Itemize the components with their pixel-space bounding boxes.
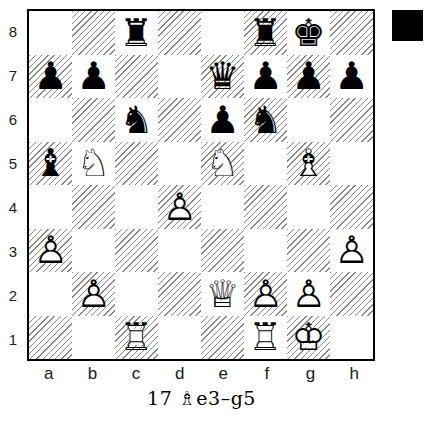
piece-glyph: ♚ (291, 14, 325, 52)
square-a6 (29, 98, 72, 142)
square-h7: ♟♟ (330, 55, 373, 99)
square-d1 (158, 316, 201, 360)
square-h5 (330, 142, 373, 186)
square-d6 (158, 98, 201, 142)
piece-black-king-g8: ♚♚ (287, 11, 330, 55)
rank-label-8: 8 (0, 9, 26, 53)
square-e5: ♞♘ (201, 142, 244, 186)
square-d2 (158, 272, 201, 316)
square-a1 (29, 316, 72, 360)
piece-glyph: ♟ (291, 57, 325, 95)
file-label-f: f (245, 360, 289, 387)
square-f4 (244, 185, 287, 229)
piece-white-rook-c1: ♜♖ (115, 316, 158, 360)
square-e4 (201, 185, 244, 229)
piece-glyph: ♛ (205, 57, 239, 95)
square-a8 (29, 11, 72, 55)
piece-black-queen-e7: ♛♛ (201, 55, 244, 99)
square-c3 (115, 229, 158, 273)
piece-black-pawn-f7: ♟♟ (244, 55, 287, 99)
piece-glyph: ♙ (76, 275, 110, 313)
piece-black-pawn-e6: ♟♟ (201, 98, 244, 142)
piece-glyph: ♖ (248, 318, 282, 356)
piece-glyph: ♟ (248, 57, 282, 95)
square-d7 (158, 55, 201, 99)
piece-black-bishop-a5: ♝♝ (29, 142, 72, 186)
piece-glyph: ♟ (76, 57, 110, 95)
square-c1: ♜♖ (115, 316, 158, 360)
square-d3 (158, 229, 201, 273)
piece-glyph: ♘ (205, 144, 239, 182)
piece-black-pawn-b7: ♟♟ (72, 55, 115, 99)
square-g3 (287, 229, 330, 273)
piece-glyph: ♞ (248, 101, 282, 139)
piece-white-rook-f1: ♜♖ (244, 316, 287, 360)
square-h8 (330, 11, 373, 55)
piece-white-knight-b5: ♞♘ (72, 142, 115, 186)
piece-white-knight-e5: ♞♘ (201, 142, 244, 186)
piece-black-pawn-a7: ♟♟ (29, 55, 72, 99)
piece-glyph: ♝ (33, 144, 67, 182)
piece-black-knight-f6: ♞♞ (244, 98, 287, 142)
square-a3: ♟♙ (29, 229, 72, 273)
piece-black-knight-c6: ♞♞ (115, 98, 158, 142)
square-g6 (287, 98, 330, 142)
file-label-a: a (27, 360, 71, 387)
piece-white-pawn-f2: ♟♙ (244, 272, 287, 316)
file-label-g: g (289, 360, 333, 387)
rank-label-7: 7 (0, 53, 26, 97)
piece-glyph: ♟ (205, 101, 239, 139)
piece-white-king-g1: ♚♔ (287, 316, 330, 360)
square-b2: ♟♙ (72, 272, 115, 316)
piece-glyph: ♟ (33, 57, 67, 95)
square-f1: ♜♖ (244, 316, 287, 360)
rank-label-4: 4 (0, 186, 26, 230)
square-f6: ♞♞ (244, 98, 287, 142)
square-a2 (29, 272, 72, 316)
file-label-h: h (332, 360, 376, 387)
piece-white-pawn-g2: ♟♙ (287, 272, 330, 316)
square-h2 (330, 272, 373, 316)
piece-white-pawn-b2: ♟♙ (72, 272, 115, 316)
piece-glyph: ♙ (162, 188, 196, 226)
square-b6 (72, 98, 115, 142)
piece-white-pawn-h3: ♟♙ (330, 229, 373, 273)
piece-white-bishop-g5: ♝♗ (287, 142, 330, 186)
piece-black-rook-f8: ♜♜ (244, 11, 287, 55)
square-b5: ♞♘ (72, 142, 115, 186)
piece-glyph: ♟ (334, 57, 368, 95)
file-label-d: d (158, 360, 202, 387)
square-b8 (72, 11, 115, 55)
square-e1 (201, 316, 244, 360)
square-d4: ♟♙ (158, 185, 201, 229)
black-to-move-indicator (392, 10, 423, 41)
piece-white-queen-e2: ♛♕ (201, 272, 244, 316)
square-c4 (115, 185, 158, 229)
file-labels: a b c d e f g h (27, 360, 376, 387)
square-f8: ♜♜ (244, 11, 287, 55)
piece-glyph: ♙ (248, 275, 282, 313)
file-label-c: c (114, 360, 158, 387)
square-e2: ♛♕ (201, 272, 244, 316)
square-h4 (330, 185, 373, 229)
move-caption: 17 ♗e3–g5 (0, 387, 403, 409)
square-e7: ♛♛ (201, 55, 244, 99)
piece-glyph: ♗ (291, 144, 325, 182)
square-e8 (201, 11, 244, 55)
rank-label-5: 5 (0, 141, 26, 185)
piece-black-pawn-h7: ♟♟ (330, 55, 373, 99)
square-f3 (244, 229, 287, 273)
square-g1: ♚♔ (287, 316, 330, 360)
square-e6: ♟♟ (201, 98, 244, 142)
rank-label-3: 3 (0, 230, 26, 274)
square-c6: ♞♞ (115, 98, 158, 142)
square-c8: ♜♜ (115, 11, 158, 55)
piece-glyph: ♜ (248, 14, 282, 52)
square-g8: ♚♚ (287, 11, 330, 55)
file-label-b: b (71, 360, 115, 387)
piece-white-pawn-a3: ♟♙ (29, 229, 72, 273)
square-d8 (158, 11, 201, 55)
piece-white-pawn-d4: ♟♙ (158, 185, 201, 229)
piece-glyph: ♙ (33, 231, 67, 269)
square-h6 (330, 98, 373, 142)
square-b4 (72, 185, 115, 229)
square-h3: ♟♙ (330, 229, 373, 273)
board: ♜♜♜♜♚♚♟♟♟♟♛♛♟♟♟♟♟♟♞♞♟♟♞♞♝♝♞♘♞♘♝♗♟♙♟♙♟♙♟♙… (27, 9, 375, 361)
square-d5 (158, 142, 201, 186)
piece-glyph: ♘ (76, 144, 110, 182)
piece-glyph: ♖ (119, 318, 153, 356)
rank-label-2: 2 (0, 274, 26, 318)
rank-labels: 8 7 6 5 4 3 2 1 (0, 9, 26, 362)
square-c2 (115, 272, 158, 316)
rank-label-6: 6 (0, 97, 26, 141)
square-f5 (244, 142, 287, 186)
square-e3 (201, 229, 244, 273)
piece-glyph: ♔ (291, 318, 325, 356)
square-g7: ♟♟ (287, 55, 330, 99)
square-g4 (287, 185, 330, 229)
square-f7: ♟♟ (244, 55, 287, 99)
piece-black-rook-c8: ♜♜ (115, 11, 158, 55)
square-a7: ♟♟ (29, 55, 72, 99)
piece-glyph: ♜ (119, 14, 153, 52)
square-h1 (330, 316, 373, 360)
square-a4 (29, 185, 72, 229)
chess-diagram: 8 7 6 5 4 3 2 1 ♜♜♜♜♚♚♟♟♟♟♛♛♟♟♟♟♟♟♞♞♟♟♞♞… (0, 0, 425, 423)
square-b3 (72, 229, 115, 273)
piece-glyph: ♕ (205, 275, 239, 313)
square-c5 (115, 142, 158, 186)
square-b7: ♟♟ (72, 55, 115, 99)
piece-glyph: ♞ (119, 101, 153, 139)
square-b1 (72, 316, 115, 360)
square-c7 (115, 55, 158, 99)
piece-black-pawn-g7: ♟♟ (287, 55, 330, 99)
piece-glyph: ♙ (334, 231, 368, 269)
square-a5: ♝♝ (29, 142, 72, 186)
piece-glyph: ♙ (291, 275, 325, 313)
rank-label-1: 1 (0, 318, 26, 362)
file-label-e: e (202, 360, 246, 387)
square-f2: ♟♙ (244, 272, 287, 316)
square-g2: ♟♙ (287, 272, 330, 316)
square-g5: ♝♗ (287, 142, 330, 186)
